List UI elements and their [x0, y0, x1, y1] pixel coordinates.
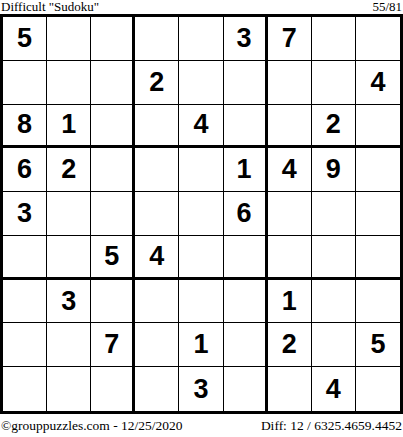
cell-r6c7-empty[interactable]: [268, 236, 312, 280]
cell-r5c3-empty[interactable]: [91, 192, 135, 236]
cell-r6c5-empty[interactable]: [179, 236, 223, 280]
cell-r8c9-given: 5: [356, 323, 400, 367]
cell-r3c2-given: 1: [47, 105, 91, 149]
cell-r6c2-empty[interactable]: [47, 236, 91, 280]
cell-r2c5-empty[interactable]: [179, 61, 223, 105]
cell-r7c4-empty[interactable]: [135, 280, 179, 324]
cell-r4c3-empty[interactable]: [91, 148, 135, 192]
cell-r5c2-empty[interactable]: [47, 192, 91, 236]
cell-r5c5-empty[interactable]: [179, 192, 223, 236]
cell-r1c1-given: 5: [3, 17, 47, 61]
cell-r5c9-empty[interactable]: [356, 192, 400, 236]
cell-r6c9-empty[interactable]: [356, 236, 400, 280]
cell-r7c6-empty[interactable]: [224, 280, 268, 324]
cell-r1c8-empty[interactable]: [312, 17, 356, 61]
givens-counter: 55/81: [372, 0, 402, 14]
cell-r6c3-given: 5: [91, 236, 135, 280]
cell-r5c8-empty[interactable]: [312, 192, 356, 236]
footer: ©grouppuzzles.com - 12/25/2020 Diff: 12 …: [0, 414, 403, 437]
header: Difficult "Sudoku" 55/81: [0, 0, 403, 14]
cell-r1c4-empty[interactable]: [135, 17, 179, 61]
cell-r9c2-empty[interactable]: [47, 367, 91, 411]
cell-r8c1-empty[interactable]: [3, 323, 47, 367]
sudoku-board: 53724814262149365431712534: [0, 14, 403, 414]
cell-r9c1-empty[interactable]: [3, 367, 47, 411]
cell-r6c8-empty[interactable]: [312, 236, 356, 280]
cell-r5c4-empty[interactable]: [135, 192, 179, 236]
cell-r7c1-empty[interactable]: [3, 280, 47, 324]
cell-r7c3-empty[interactable]: [91, 280, 135, 324]
cell-r3c8-given: 2: [312, 105, 356, 149]
cell-r3c4-empty[interactable]: [135, 105, 179, 149]
cell-r8c2-empty[interactable]: [47, 323, 91, 367]
copyright-text: ©grouppuzzles.com - 12/25/2020: [1, 418, 183, 434]
cell-r9c4-empty[interactable]: [135, 367, 179, 411]
cell-r9c6-empty[interactable]: [224, 367, 268, 411]
cell-r2c6-empty[interactable]: [224, 61, 268, 105]
cell-r2c3-empty[interactable]: [91, 61, 135, 105]
cell-r4c5-empty[interactable]: [179, 148, 223, 192]
cell-r5c1-given: 3: [3, 192, 47, 236]
cell-r6c1-empty[interactable]: [3, 236, 47, 280]
cell-r4c8-given: 9: [312, 148, 356, 192]
cell-r2c2-empty[interactable]: [47, 61, 91, 105]
cell-r4c4-empty[interactable]: [135, 148, 179, 192]
cell-r8c6-empty[interactable]: [224, 323, 268, 367]
cell-r4c6-given: 1: [224, 148, 268, 192]
cell-r9c9-empty[interactable]: [356, 367, 400, 411]
cell-r1c6-given: 3: [224, 17, 268, 61]
cell-r1c7-given: 7: [268, 17, 312, 61]
cell-r6c4-given: 4: [135, 236, 179, 280]
cell-r4c7-given: 4: [268, 148, 312, 192]
cell-r3c6-empty[interactable]: [224, 105, 268, 149]
cell-r3c5-given: 4: [179, 105, 223, 149]
cell-r3c7-empty[interactable]: [268, 105, 312, 149]
cell-r7c7-given: 1: [268, 280, 312, 324]
cell-r8c4-empty[interactable]: [135, 323, 179, 367]
difficulty-text: Diff: 12 / 6325.4659.4452: [261, 418, 402, 434]
cell-r1c2-empty[interactable]: [47, 17, 91, 61]
cell-r3c9-empty[interactable]: [356, 105, 400, 149]
cell-r2c1-empty[interactable]: [3, 61, 47, 105]
cell-r1c5-empty[interactable]: [179, 17, 223, 61]
cell-r4c9-empty[interactable]: [356, 148, 400, 192]
cell-r1c9-empty[interactable]: [356, 17, 400, 61]
cell-r2c4-given: 2: [135, 61, 179, 105]
cell-r5c7-empty[interactable]: [268, 192, 312, 236]
cell-r9c5-given: 3: [179, 367, 223, 411]
cell-r2c9-given: 4: [356, 61, 400, 105]
cell-r6c6-empty[interactable]: [224, 236, 268, 280]
cell-r3c3-empty[interactable]: [91, 105, 135, 149]
cell-r7c2-given: 3: [47, 280, 91, 324]
cell-r9c8-given: 4: [312, 367, 356, 411]
cell-r4c1-given: 6: [3, 148, 47, 192]
cell-r1c3-empty[interactable]: [91, 17, 135, 61]
puzzle-title: Difficult "Sudoku": [1, 0, 99, 14]
cell-r8c3-given: 7: [91, 323, 135, 367]
cell-r9c3-empty[interactable]: [91, 367, 135, 411]
cell-r7c9-empty[interactable]: [356, 280, 400, 324]
cell-r3c1-given: 8: [3, 105, 47, 149]
cell-r8c5-given: 1: [179, 323, 223, 367]
cell-r2c7-empty[interactable]: [268, 61, 312, 105]
cell-r7c8-empty[interactable]: [312, 280, 356, 324]
cell-r7c5-empty[interactable]: [179, 280, 223, 324]
cell-r2c8-empty[interactable]: [312, 61, 356, 105]
cell-r8c8-empty[interactable]: [312, 323, 356, 367]
cell-r4c2-given: 2: [47, 148, 91, 192]
cell-r8c7-given: 2: [268, 323, 312, 367]
cell-r9c7-empty[interactable]: [268, 367, 312, 411]
cell-r5c6-given: 6: [224, 192, 268, 236]
